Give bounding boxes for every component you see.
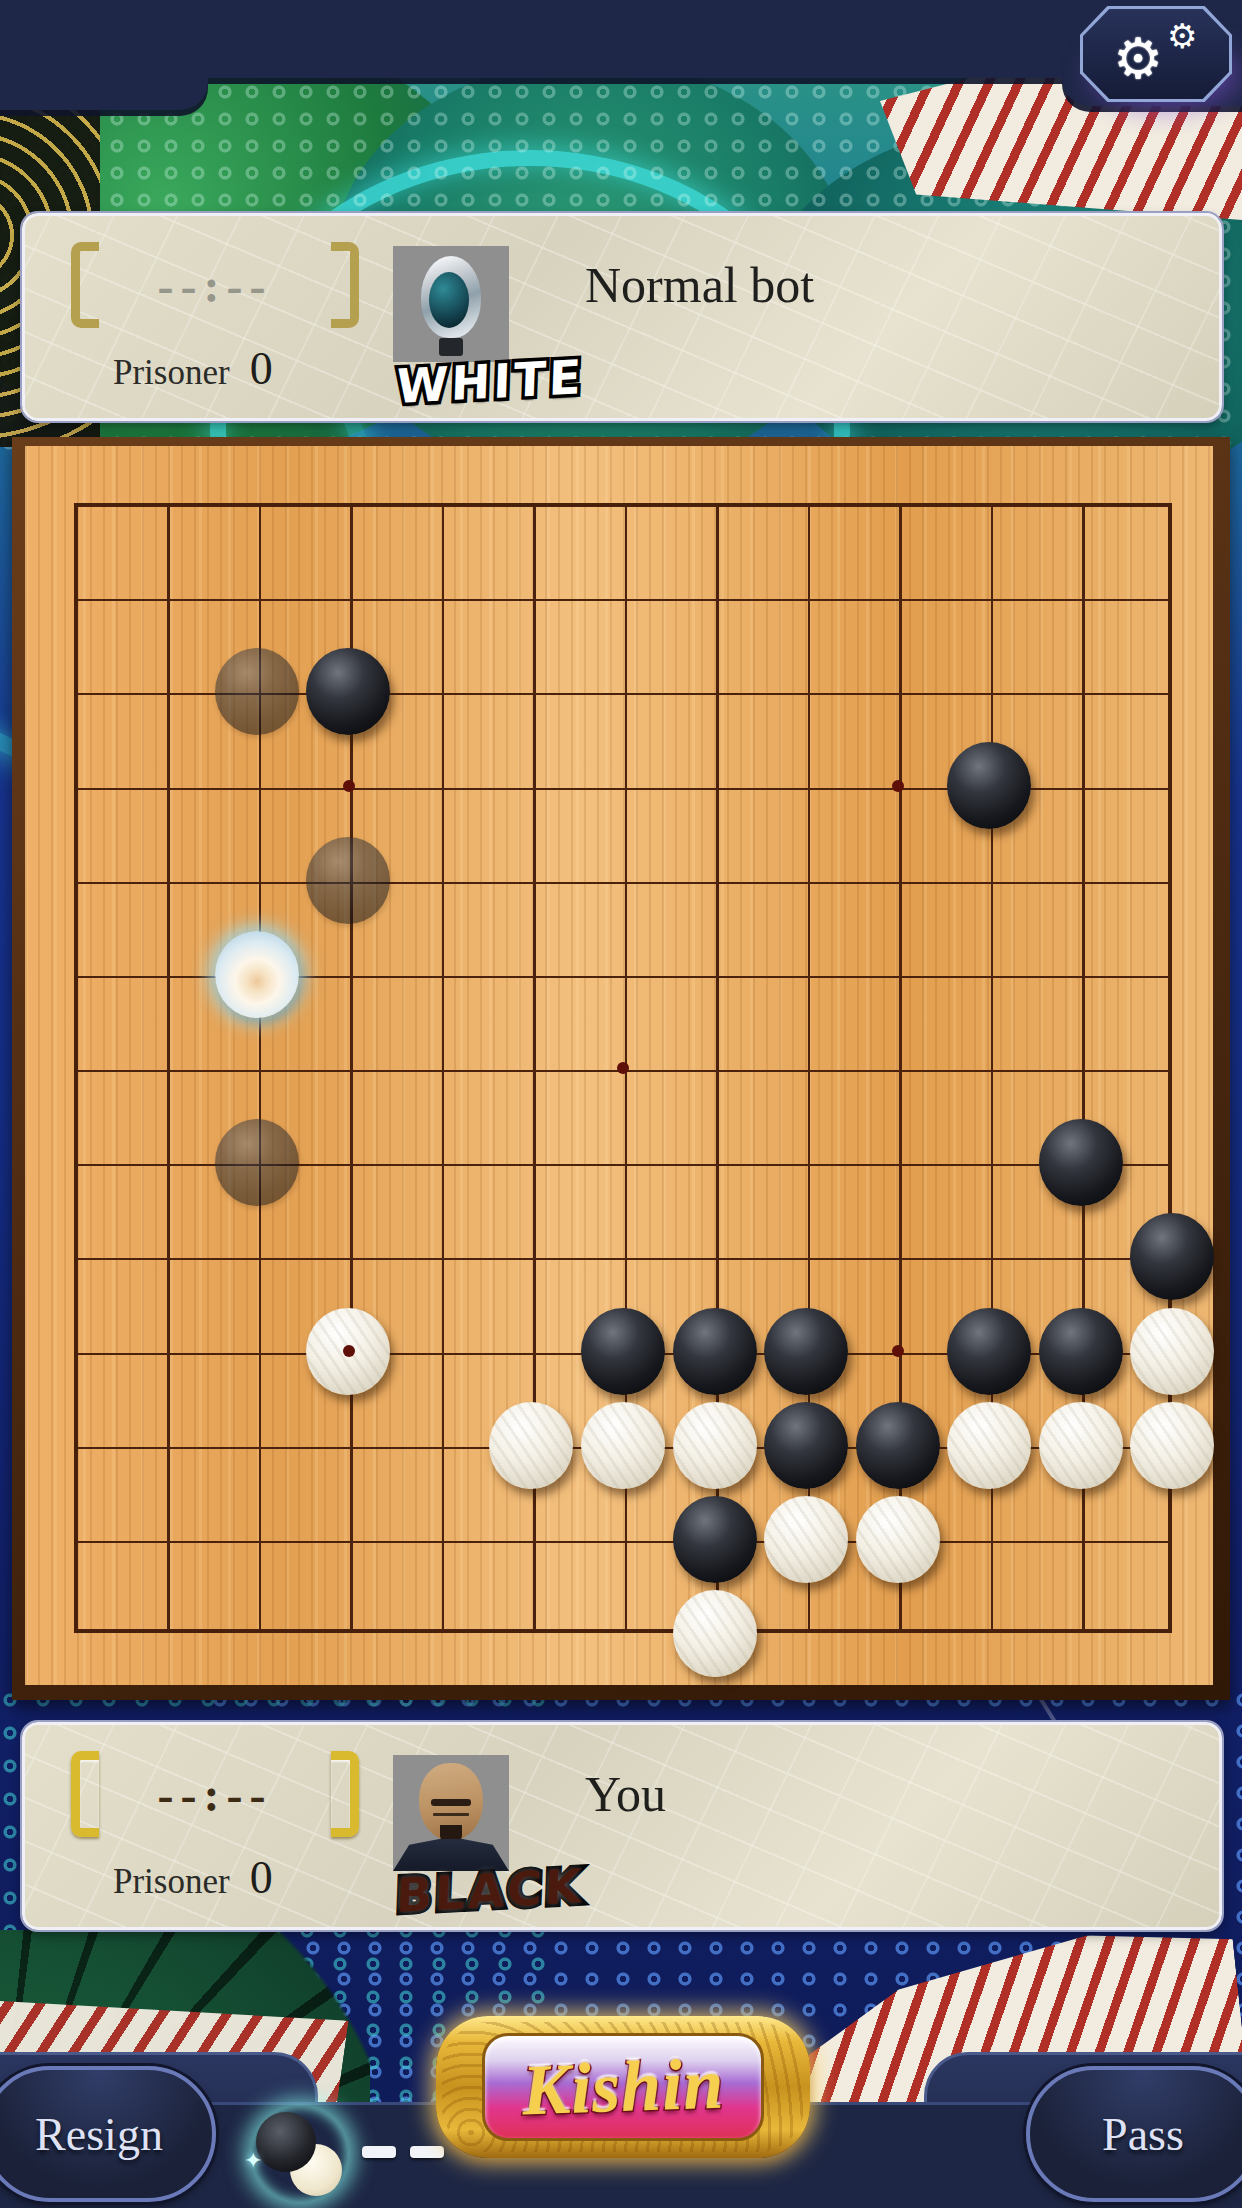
board-intersection[interactable] [1035,927,1127,1021]
gear-icon-small: ⚙ [1167,19,1197,53]
board-intersection[interactable] [760,1304,852,1398]
board-intersection[interactable] [211,739,303,833]
board-intersection[interactable] [852,1021,944,1115]
board-intersection[interactable] [943,739,1035,833]
board-intersection[interactable] [28,1398,120,1492]
board-intersection[interactable] [303,1210,395,1304]
player-prisoners: Prisoner 0 [113,1851,273,1904]
board-intersection[interactable] [211,1304,303,1398]
board-intersection[interactable] [394,1304,486,1398]
pass-button[interactable]: Pass [1026,2066,1242,2202]
black-stone [673,1308,757,1395]
board-intersection[interactable] [760,550,852,644]
board-intersection[interactable] [211,456,303,550]
prisoner-count: 0 [250,1851,273,1904]
board-intersection[interactable] [486,644,578,738]
board-intersection[interactable] [211,550,303,644]
board-intersection[interactable] [943,927,1035,1021]
settings-button[interactable]: ⚙ ⚙ [1080,6,1232,102]
black-stone [306,648,390,735]
board-intersection[interactable] [577,1210,669,1304]
board-intersection[interactable] [760,644,852,738]
board-intersection[interactable] [486,1021,578,1115]
board-intersection[interactable] [760,456,852,550]
white-stone [673,1590,757,1677]
board-intersection[interactable] [120,550,212,644]
board-intersection[interactable] [394,1587,486,1681]
player-timer: --:-- [71,1751,359,1837]
board-intersection[interactable] [486,927,578,1021]
board-intersection[interactable] [303,1587,395,1681]
board-intersection[interactable] [1035,833,1127,927]
board-intersection[interactable] [760,1587,852,1681]
board-intersection[interactable] [1035,644,1127,738]
opponent-avatar [393,246,509,362]
board-intersection[interactable] [1126,833,1218,927]
board-intersection[interactable] [394,456,486,550]
board-intersection[interactable] [120,1493,212,1587]
board-intersection[interactable] [577,456,669,550]
board-intersection[interactable] [577,550,669,644]
board-intersection[interactable] [943,550,1035,644]
board-intersection[interactable] [852,1398,944,1492]
board-intersection[interactable] [852,456,944,550]
board-intersection[interactable] [852,833,944,927]
board-intersection[interactable] [577,833,669,927]
board-intersection[interactable] [760,1210,852,1304]
board-intersection[interactable] [1126,927,1218,1021]
board-intersection[interactable] [669,456,761,550]
gear-icon: ⚙ [1113,31,1163,87]
board-intersection[interactable] [1126,1304,1218,1398]
board-intersection[interactable] [211,927,303,1021]
board-intersection[interactable] [669,739,761,833]
board-intersection[interactable] [1126,550,1218,644]
board-intersection[interactable] [303,1398,395,1492]
board-intersection[interactable] [1035,1210,1127,1304]
board-intersection[interactable] [486,739,578,833]
board-intersection[interactable] [394,927,486,1021]
board-intersection[interactable] [943,1398,1035,1492]
board-intersection[interactable] [486,1493,578,1587]
board-intersection[interactable] [943,1210,1035,1304]
black-stone [947,1308,1031,1395]
resign-button[interactable]: Resign [0,2066,216,2202]
board-intersection[interactable] [28,1304,120,1398]
timer-bracket-left [71,242,99,328]
board-intersection[interactable] [1126,644,1218,738]
board-intersection[interactable] [28,833,120,927]
black-stone [1039,1308,1123,1395]
board-intersection[interactable] [303,1116,395,1210]
opponent-prisoners: Prisoner 0 [113,342,273,395]
black-stone [764,1308,848,1395]
board-intersection[interactable] [120,1398,212,1492]
black-stone [1130,1213,1214,1300]
white-stone [947,1402,1031,1489]
board-intersection[interactable] [1126,1493,1218,1587]
kishin-go-app: ⚙ ⚙ --:-- Prisoner 0 WHITE Normal bot [0,0,1242,2208]
white-stone [1130,1402,1214,1489]
board-intersection[interactable] [1126,1116,1218,1210]
board-intersection[interactable] [120,739,212,833]
board-intersection[interactable] [1035,1587,1127,1681]
board-intersection[interactable] [211,1021,303,1115]
board-intersection[interactable] [760,1116,852,1210]
board-intersection[interactable] [211,1398,303,1492]
white-stone [215,931,299,1018]
board-intersection[interactable] [394,833,486,927]
sparkle-icon: ✦ [244,2150,266,2172]
board-intersection[interactable] [669,927,761,1021]
board-intersection[interactable] [120,1021,212,1115]
board-intersection[interactable] [943,1304,1035,1398]
board-intersection[interactable] [486,456,578,550]
board-intersection[interactable] [486,1398,578,1492]
board-intersection[interactable] [852,1210,944,1304]
board-intersection[interactable] [669,833,761,927]
board-intersection[interactable] [28,550,120,644]
board-intersection[interactable] [852,1116,944,1210]
board-intersection[interactable] [303,927,395,1021]
board-intersection[interactable] [1035,1116,1127,1210]
board-intersection[interactable] [303,833,395,927]
board-intersection[interactable] [760,739,852,833]
robot-visor-icon [429,272,469,328]
player-avatar [393,1755,509,1871]
board-intersection[interactable] [852,927,944,1021]
board-intersection[interactable] [1035,739,1127,833]
kishin-brand-label: Kishin [521,2042,726,2132]
player-timer-value: --:-- [99,1767,331,1822]
board-intersection[interactable] [486,1304,578,1398]
board-intersection[interactable] [669,1398,761,1492]
opponent-name: Normal bot [585,256,814,314]
board-intersection[interactable] [486,1210,578,1304]
dash-icon [362,2146,396,2158]
board-intersection[interactable] [394,1210,486,1304]
board-intersection[interactable] [669,1304,761,1398]
board-intersection[interactable] [1035,1398,1127,1492]
board-intersection[interactable] [394,739,486,833]
board-intersection[interactable] [394,1398,486,1492]
board-intersection[interactable] [577,1587,669,1681]
board-intersection[interactable] [943,833,1035,927]
board-intersection[interactable] [577,1398,669,1492]
board-intersection[interactable] [486,1587,578,1681]
board-intersection[interactable] [760,1021,852,1115]
board-intersection[interactable] [120,927,212,1021]
board-intersection[interactable] [1126,456,1218,550]
board-intersection[interactable] [1126,1021,1218,1115]
board-intersection[interactable] [394,1493,486,1587]
star-point [617,1062,629,1074]
white-stone [581,1402,665,1489]
white-stone [1039,1402,1123,1489]
board-intersection[interactable] [943,1116,1035,1210]
black-stone [306,837,390,924]
white-stone [856,1496,940,1583]
board-intersection[interactable] [211,1116,303,1210]
board-intersection[interactable] [211,1493,303,1587]
board-intersection[interactable] [852,550,944,644]
board-intersection[interactable] [28,644,120,738]
timer-bracket-left [71,1751,99,1837]
man-eyes-icon [431,1799,471,1806]
board-intersection[interactable] [852,1493,944,1587]
board-intersection[interactable] [669,550,761,644]
board-intersection[interactable] [303,1493,395,1587]
kishin-button[interactable]: Kishin [436,2016,810,2158]
board-intersection[interactable] [852,1587,944,1681]
board-intersection[interactable] [760,927,852,1021]
opponent-timer-value: --:-- [99,258,331,313]
board-intersection[interactable] [120,1116,212,1210]
board-intersection[interactable] [303,456,395,550]
settings-button-face: ⚙ ⚙ [1083,9,1229,99]
board-intersection[interactable] [394,644,486,738]
kishin-button-panel: Kishin [482,2033,764,2141]
turn-indicator-count [362,2146,444,2158]
board-intersection[interactable] [394,550,486,644]
board-intersection[interactable] [486,833,578,927]
prisoner-count: 0 [250,342,273,395]
board-intersection[interactable] [669,1021,761,1115]
resign-button-label: Resign [35,2108,163,2161]
board-intersection[interactable] [943,1021,1035,1115]
timer-bracket-right [331,242,359,328]
board-intersection[interactable] [943,456,1035,550]
black-stone [673,1496,757,1583]
board-intersection[interactable] [669,1210,761,1304]
go-board [12,437,1230,1700]
board-intersection[interactable] [577,1304,669,1398]
white-stone [489,1402,573,1489]
board-intersection[interactable] [120,1210,212,1304]
black-stone [764,1402,848,1489]
board-intersection[interactable] [28,739,120,833]
board-intersection[interactable] [211,1210,303,1304]
board-intersection[interactable] [943,1587,1035,1681]
board-intersection[interactable] [1126,739,1218,833]
board-intersection[interactable] [211,833,303,927]
board-intersection[interactable] [1126,1210,1218,1304]
white-stone [673,1402,757,1489]
black-stone [947,742,1031,829]
board-intersection[interactable] [211,1587,303,1681]
board-intersection[interactable] [1035,1304,1127,1398]
board-intersection[interactable] [486,1116,578,1210]
star-point [892,1345,904,1357]
board-intersection[interactable] [1035,1021,1127,1115]
board-intersection[interactable] [760,1398,852,1492]
board-intersection[interactable] [943,1493,1035,1587]
board-intersection[interactable] [28,1021,120,1115]
board-intersection[interactable] [28,1493,120,1587]
opponent-card: --:-- Prisoner 0 WHITE Normal bot [22,213,1222,421]
timer-bracket-right [331,1751,359,1837]
board-intersection[interactable] [669,1116,761,1210]
board-intersection[interactable] [669,644,761,738]
player-card: --:-- Prisoner 0 BLACK You [22,1722,1222,1930]
board-intersection[interactable] [1126,1587,1218,1681]
board-intersection[interactable] [120,1304,212,1398]
board-intersection[interactable] [303,1021,395,1115]
board-intersection[interactable] [1035,1493,1127,1587]
star-point [343,780,355,792]
board-intersection[interactable] [1035,456,1127,550]
board-intersection[interactable] [211,644,303,738]
robot-base-icon [439,338,463,356]
board-intersection[interactable] [28,1116,120,1210]
board-intersection[interactable] [852,644,944,738]
board-intersection[interactable] [577,644,669,738]
player-name: You [585,1765,666,1823]
board-intersection[interactable] [760,1493,852,1587]
board-intersection[interactable] [760,833,852,927]
white-stone [764,1496,848,1583]
board-intersection[interactable] [28,1587,120,1681]
board-intersection[interactable] [669,1587,761,1681]
board-intersection[interactable] [577,1493,669,1587]
turn-indicator: ✦ [252,2106,348,2202]
board-intersection[interactable] [303,550,395,644]
black-stone [215,1119,299,1206]
dash-icon [410,2146,444,2158]
prisoner-label: Prisoner [113,353,230,393]
opponent-timer: --:-- [71,242,359,328]
board-intersection[interactable] [120,644,212,738]
board-intersection[interactable] [486,550,578,644]
board-intersection[interactable] [1035,550,1127,644]
board-intersection[interactable] [28,456,120,550]
board-intersection[interactable] [28,927,120,1021]
board-intersection[interactable] [120,1587,212,1681]
star-point [343,1345,355,1357]
black-stone [1039,1119,1123,1206]
board-intersection[interactable] [669,1493,761,1587]
prisoner-label: Prisoner [113,1862,230,1902]
board-intersection[interactable] [1126,1398,1218,1492]
pass-button-label: Pass [1102,2108,1184,2161]
board-intersection[interactable] [577,927,669,1021]
board-intersection[interactable] [394,1021,486,1115]
board-intersection[interactable] [577,1116,669,1210]
star-point [892,780,904,792]
header-left-tab [0,0,208,110]
black-stone [581,1308,665,1395]
board-intersection[interactable] [577,739,669,833]
black-stone [215,648,299,735]
board-intersection[interactable] [943,644,1035,738]
board-intersection[interactable] [120,456,212,550]
white-stone [1130,1308,1214,1395]
board-intersection[interactable] [120,833,212,927]
board-intersection[interactable] [394,1116,486,1210]
board-intersection[interactable] [28,1210,120,1304]
black-stone [856,1402,940,1489]
board-intersection[interactable] [303,644,395,738]
